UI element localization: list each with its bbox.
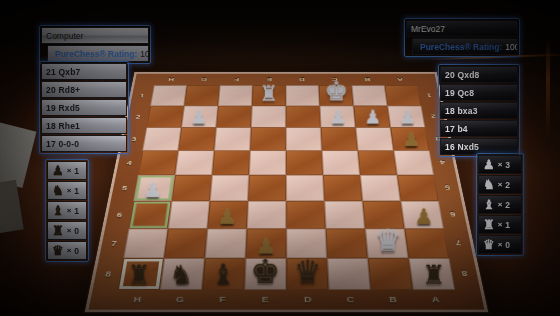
white-player-name: Computer	[46, 31, 83, 41]
captured-count: 0	[505, 240, 510, 250]
white-pawn-h5[interactable]: ♟	[135, 179, 171, 200]
square-e3[interactable]	[250, 128, 286, 151]
square-g8[interactable]: ♞	[160, 258, 205, 290]
square-e5[interactable]	[248, 175, 286, 201]
captured-row-bishop: ♝×1	[47, 201, 87, 220]
white-pawn-g2[interactable]: ♟	[182, 108, 215, 127]
square-c4[interactable]	[322, 151, 360, 175]
square-d1[interactable]	[286, 85, 320, 106]
black-move-list: 20 Qxd819 Qc818 bxa317 b416 Nxd5	[438, 64, 520, 157]
file-label-bottom: H	[114, 290, 160, 310]
square-h2[interactable]	[146, 106, 184, 128]
white-king-c1[interactable]: ♚	[320, 78, 352, 105]
square-a6[interactable]: ♟	[401, 201, 444, 229]
square-g2[interactable]: ♟	[181, 106, 218, 128]
square-d8[interactable]: ♛	[286, 258, 328, 290]
square-f7[interactable]	[205, 229, 247, 259]
file-label-bottom: B	[371, 290, 416, 310]
move-row: 17 b4	[440, 120, 518, 137]
file-label-top: A	[383, 74, 418, 86]
black-rating-bar: PureChess® Rating: 100	[412, 38, 518, 55]
file-label-bottom: F	[200, 290, 244, 310]
black-knight-g8[interactable]: ♞	[161, 262, 201, 288]
chess-board-scene: HGFEDCBA1♜♚12♟♟♟♟23♟3445♟56♟♟67♟♛78♜♞♝♚♛…	[113, 2, 453, 316]
bishop-icon: ♝	[483, 198, 495, 211]
black-rook-a8[interactable]: ♜	[414, 262, 454, 288]
black-rating-value: 100	[505, 42, 518, 52]
white-pawn-c2[interactable]: ♟	[322, 108, 355, 127]
square-c6[interactable]	[324, 201, 365, 229]
file-label-bottom: A	[413, 290, 459, 310]
captured-black-pieces-tray: ♟×1♞×1♝×1♜×0♛×0	[45, 159, 89, 262]
square-f2[interactable]	[216, 106, 252, 128]
captured-count: 0	[74, 226, 79, 236]
square-b1[interactable]	[352, 85, 388, 106]
black-bishop-f8[interactable]: ♝	[203, 261, 243, 288]
captured-count: 1	[505, 220, 510, 230]
square-a4[interactable]	[394, 151, 434, 175]
rank-label-right: 6	[439, 201, 468, 229]
white-rating-bar: PureChess® Rating: 100	[47, 45, 149, 62]
square-d4[interactable]	[286, 151, 323, 175]
bishop-icon: ♝	[52, 204, 64, 217]
rook-icon: ♜	[483, 218, 495, 231]
square-g7[interactable]	[164, 229, 207, 259]
square-d3[interactable]	[286, 128, 322, 151]
square-g5[interactable]	[172, 175, 212, 201]
file-label-bottom: C	[329, 290, 373, 310]
captured-row-knight: ♞×1	[47, 181, 87, 200]
corner	[89, 290, 118, 310]
knight-icon: ♞	[52, 184, 64, 197]
pure-chess-screen: HGFEDCBA1♜♚12♟♟♟♟23♟3445♟56♟♟67♟♛78♜♞♝♚♛…	[0, 0, 560, 316]
black-pawn-a3[interactable]: ♟	[394, 130, 428, 149]
queen-icon: ♛	[483, 238, 495, 251]
file-label-bottom: D	[286, 290, 329, 310]
file-label-top: H	[154, 74, 188, 86]
captured-row-pawn: ♟×3	[478, 155, 522, 174]
square-e2[interactable]	[251, 106, 286, 128]
black-player-panel: MrEvo27 PureChess® Rating: 100	[404, 18, 520, 57]
white-queen-b7[interactable]: ♛	[369, 227, 407, 257]
square-h3[interactable]	[142, 128, 181, 151]
move-row: 19 Rxd5	[41, 99, 127, 116]
captured-white-pieces-tray: ♟×3♞×2♝×2♜×1♛×0	[476, 153, 524, 256]
square-a3[interactable]: ♟	[390, 128, 429, 151]
white-rook-e1[interactable]: ♜	[253, 84, 285, 105]
square-h4[interactable]	[138, 151, 178, 175]
captured-row-knight: ♞×2	[478, 175, 522, 194]
file-label-bottom: E	[243, 290, 286, 310]
square-f6[interactable]: ♟	[207, 201, 248, 229]
square-e6[interactable]	[247, 201, 286, 229]
square-b4[interactable]	[358, 151, 397, 175]
rank-label-right: 7	[444, 229, 474, 259]
square-c3[interactable]	[321, 128, 358, 151]
pawn-icon: ♟	[483, 158, 495, 171]
pawn-icon: ♟	[52, 164, 64, 177]
move-row: 20 Rd8+	[41, 81, 127, 98]
black-player-name: MrEvo27	[411, 24, 445, 34]
captured-count: 1	[74, 206, 79, 216]
black-rating-label: PureChess® Rating:	[420, 42, 502, 52]
square-g4[interactable]	[175, 151, 214, 175]
captured-count: 1	[74, 166, 79, 176]
captured-row-queen: ♛×0	[47, 241, 87, 260]
move-row: 18 Rhe1	[41, 117, 127, 134]
white-player-name-bar: Computer	[41, 27, 149, 44]
square-c2[interactable]: ♟	[320, 106, 356, 128]
square-f8[interactable]: ♝	[202, 258, 245, 290]
captured-row-rook: ♜×1	[478, 215, 522, 234]
corner	[134, 74, 156, 86]
square-b5[interactable]	[360, 175, 401, 201]
queen-icon: ♛	[52, 244, 64, 257]
table-paper	[0, 122, 36, 188]
square-d6[interactable]	[286, 201, 326, 229]
file-label-top: F	[220, 74, 253, 86]
rook-icon: ♜	[52, 224, 64, 237]
square-c7[interactable]	[326, 229, 368, 259]
square-f5[interactable]	[210, 175, 249, 201]
file-label-top: G	[187, 74, 221, 86]
square-g3[interactable]	[178, 128, 216, 151]
square-e1[interactable]: ♜	[252, 85, 286, 106]
square-a8[interactable]: ♜	[409, 258, 456, 290]
rank-label-right: 8	[449, 258, 480, 290]
square-a7[interactable]	[404, 229, 449, 259]
captured-count: 2	[505, 180, 510, 190]
black-rook-h8[interactable]: ♜	[119, 262, 159, 288]
captured-row-pawn: ♟×1	[47, 161, 87, 180]
captured-row-bishop: ♝×2	[478, 195, 522, 214]
square-h1[interactable]	[150, 85, 187, 106]
rank-label-left: 7	[99, 229, 128, 259]
square-b2[interactable]: ♟	[354, 106, 391, 128]
move-row: 20 Qxd8	[440, 66, 518, 83]
square-b3[interactable]	[356, 128, 394, 151]
square-d7[interactable]	[286, 229, 327, 259]
square-h8[interactable]: ♜	[118, 258, 164, 290]
square-g6[interactable]	[168, 201, 210, 229]
captured-row-rook: ♜×0	[47, 221, 87, 240]
square-a2[interactable]: ♟	[387, 106, 425, 128]
square-a1[interactable]	[385, 85, 422, 106]
table-paper-2	[0, 180, 24, 234]
file-label-top: B	[350, 74, 384, 86]
captured-count: 0	[74, 246, 79, 256]
square-f1[interactable]	[218, 85, 253, 106]
table-edge-glow	[546, 38, 550, 138]
chess-board[interactable]: HGFEDCBA1♜♚12♟♟♟♟23♟3445♟56♟♟67♟♛78♜♞♝♚♛…	[85, 72, 489, 312]
move-row: 17 0-0-0	[41, 135, 127, 152]
white-pawn-b2[interactable]: ♟	[356, 108, 389, 127]
black-pawn-a6[interactable]: ♟	[405, 206, 442, 227]
square-d2[interactable]	[286, 106, 321, 128]
square-h7[interactable]	[123, 229, 168, 259]
white-move-list: 21 Qxb720 Rd8+19 Rxd518 Rhe117 0-0-0	[39, 61, 129, 154]
square-c1[interactable]: ♚	[319, 85, 354, 106]
black-player-name-bar: MrEvo27	[406, 20, 518, 37]
white-rating-value: 100	[140, 49, 149, 59]
captured-count: 3	[505, 160, 510, 170]
white-pawn-a2[interactable]: ♟	[391, 108, 424, 127]
captured-count: 2	[505, 200, 510, 210]
white-rating-label: PureChess® Rating:	[55, 49, 137, 59]
square-f3[interactable]	[214, 128, 251, 151]
move-row: 18 bxa3	[440, 102, 518, 119]
square-a5[interactable]	[397, 175, 439, 201]
move-row: 19 Qc8	[440, 84, 518, 101]
file-label-top: D	[286, 74, 319, 86]
captured-count: 1	[74, 186, 79, 196]
rank-label-left: 4	[116, 151, 142, 175]
rank-label-right: 5	[434, 175, 461, 201]
square-c8[interactable]	[327, 258, 371, 290]
square-f4[interactable]	[212, 151, 250, 175]
black-pawn-f6[interactable]: ♟	[209, 206, 246, 227]
square-d5[interactable]	[286, 175, 324, 201]
square-b7[interactable]: ♛	[365, 229, 409, 259]
square-e8[interactable]: ♚	[244, 258, 286, 290]
square-g1[interactable]	[184, 85, 220, 106]
move-row: 21 Qxb7	[41, 63, 127, 80]
captured-row-queen: ♛×0	[478, 235, 522, 254]
white-player-panel: Computer PureChess® Rating: 100	[39, 25, 151, 64]
black-king-e8[interactable]: ♚	[245, 255, 285, 288]
file-label-bottom: G	[157, 290, 202, 310]
square-c5[interactable]	[323, 175, 362, 201]
black-queen-d8[interactable]: ♛	[288, 257, 328, 288]
square-b8[interactable]	[368, 258, 413, 290]
square-h6[interactable]	[129, 201, 172, 229]
knight-icon: ♞	[483, 178, 495, 191]
square-h5[interactable]: ♟	[133, 175, 175, 201]
square-e4[interactable]	[249, 151, 286, 175]
corner	[415, 74, 437, 86]
corner	[455, 290, 484, 310]
